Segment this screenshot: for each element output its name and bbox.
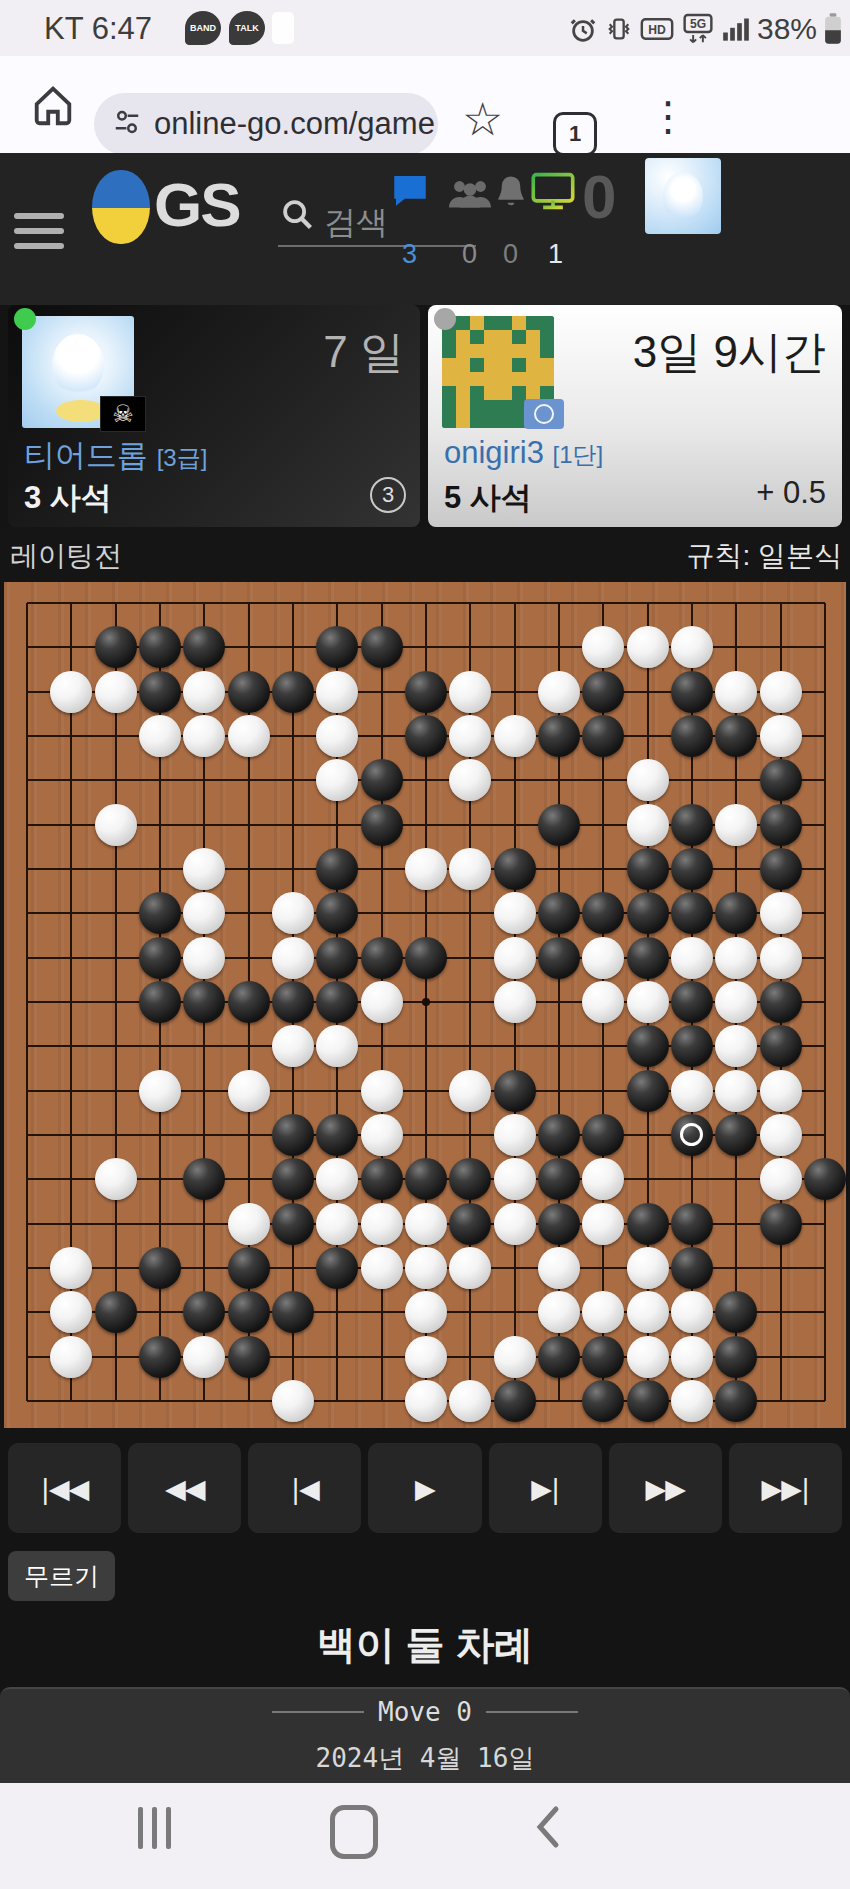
black-stone bbox=[538, 1158, 580, 1200]
black-stone bbox=[361, 626, 403, 668]
black-stone bbox=[272, 981, 314, 1023]
ogs-logo-text[interactable]: GS bbox=[154, 169, 240, 240]
black-stone bbox=[582, 1380, 624, 1422]
ogs-logo-icon[interactable] bbox=[92, 170, 150, 244]
talk-app-icon: TALK bbox=[229, 11, 265, 45]
white-stone bbox=[760, 1070, 802, 1112]
white-stone bbox=[715, 937, 757, 979]
black-stone bbox=[183, 1158, 225, 1200]
white-stone bbox=[715, 1070, 757, 1112]
black-stone bbox=[272, 1158, 314, 1200]
white-stone bbox=[183, 892, 225, 934]
black-stone bbox=[627, 937, 669, 979]
black-stone bbox=[538, 804, 580, 846]
white-stone bbox=[183, 848, 225, 890]
white-player-name[interactable]: onigiri3 [1단] bbox=[444, 435, 603, 471]
rule-right bbox=[486, 1711, 578, 1713]
white-stone bbox=[715, 1025, 757, 1067]
notification-icon bbox=[272, 12, 294, 44]
white-stone bbox=[760, 1114, 802, 1156]
white-stone bbox=[405, 1380, 447, 1422]
svg-text:5G: 5G bbox=[690, 17, 706, 31]
move-number-label: Move 0 bbox=[378, 1697, 472, 1727]
un-flag-icon bbox=[524, 399, 564, 429]
black-stone bbox=[316, 1247, 358, 1289]
black-stone bbox=[538, 1203, 580, 1245]
star-point bbox=[422, 998, 430, 1006]
black-stone bbox=[139, 671, 181, 713]
hd-icon: HD bbox=[640, 14, 674, 44]
black-stone bbox=[538, 937, 580, 979]
black-stone bbox=[760, 804, 802, 846]
black-player-name[interactable]: 티어드롭 [3급] bbox=[24, 435, 207, 477]
white-stone bbox=[316, 759, 358, 801]
black-clock: 7 일 bbox=[323, 323, 404, 382]
match-type-label: 레이팅전 bbox=[10, 537, 122, 575]
black-move-badge: 3 bbox=[370, 477, 406, 513]
url-text[interactable]: online-go.com/game bbox=[154, 106, 435, 142]
jump-to-end-button[interactable]: ▶▶| bbox=[729, 1443, 842, 1533]
black-captures: 3 사석 bbox=[24, 477, 112, 519]
black-stone bbox=[361, 759, 403, 801]
white-stone bbox=[50, 1291, 92, 1333]
white-stone bbox=[50, 671, 92, 713]
white-stone bbox=[671, 1291, 713, 1333]
black-stone bbox=[228, 1291, 270, 1333]
black-stone bbox=[183, 981, 225, 1023]
white-stone bbox=[405, 848, 447, 890]
white-stone bbox=[316, 1025, 358, 1067]
user-avatar[interactable] bbox=[645, 158, 721, 234]
white-stone bbox=[405, 1247, 447, 1289]
chat-icon[interactable] bbox=[388, 169, 432, 215]
black-stone bbox=[627, 1380, 669, 1422]
black-stone bbox=[582, 892, 624, 934]
white-stone bbox=[582, 937, 624, 979]
pirate-flag-icon: ☠ bbox=[100, 396, 146, 432]
white-stone bbox=[627, 981, 669, 1023]
site-settings-icon[interactable] bbox=[112, 107, 142, 141]
android-nav-bar bbox=[0, 1783, 850, 1889]
black-stone bbox=[627, 892, 669, 934]
white-stone bbox=[272, 1380, 314, 1422]
white-stone bbox=[627, 759, 669, 801]
black-stone bbox=[627, 1070, 669, 1112]
white-stone bbox=[405, 1336, 447, 1378]
step-back-button[interactable]: |◀ bbox=[248, 1443, 361, 1533]
black-stone bbox=[228, 1247, 270, 1289]
black-stone bbox=[627, 1025, 669, 1067]
phone-screen: KT 6:47 BAND TALK HD 5G 38% online-go.co… bbox=[0, 0, 850, 1889]
white-stone bbox=[760, 715, 802, 757]
black-stone bbox=[538, 715, 580, 757]
rewind-button[interactable]: ◀◀ bbox=[128, 1443, 241, 1533]
white-stone bbox=[50, 1336, 92, 1378]
status-bar: KT 6:47 BAND TALK HD 5G 38% bbox=[0, 0, 850, 56]
white-stone bbox=[538, 671, 580, 713]
black-stone bbox=[671, 1203, 713, 1245]
white-stone bbox=[272, 937, 314, 979]
white-stone bbox=[627, 804, 669, 846]
svg-text:HD: HD bbox=[648, 23, 666, 37]
groups-icon[interactable] bbox=[446, 175, 494, 217]
black-stone bbox=[538, 1114, 580, 1156]
white-stone bbox=[361, 1114, 403, 1156]
status-icons: HD 5G 38% bbox=[568, 12, 842, 46]
black-stone bbox=[316, 848, 358, 890]
nav-home-icon[interactable] bbox=[330, 1805, 378, 1859]
black-stone bbox=[95, 1291, 137, 1333]
fast-forward-button[interactable]: ▶▶ bbox=[609, 1443, 722, 1533]
white-stone bbox=[715, 981, 757, 1023]
move-number-row: Move 0 bbox=[0, 1697, 850, 1727]
white-stone bbox=[361, 1247, 403, 1289]
browser-home-icon[interactable] bbox=[30, 82, 76, 132]
black-stone bbox=[449, 1158, 491, 1200]
step-forward-button[interactable]: ▶| bbox=[489, 1443, 602, 1533]
black-stone bbox=[538, 1336, 580, 1378]
black-player-rank: [3급] bbox=[157, 444, 208, 471]
black-stone bbox=[715, 715, 757, 757]
white-clock: 3일 9시간 bbox=[633, 323, 826, 382]
battery-icon bbox=[824, 13, 842, 45]
observe-games-icon[interactable] bbox=[530, 171, 576, 215]
black-stone bbox=[183, 626, 225, 668]
play-button[interactable]: ▶ bbox=[368, 1443, 481, 1533]
black-stone bbox=[627, 1203, 669, 1245]
black-stone bbox=[316, 626, 358, 668]
white-stone bbox=[95, 1158, 137, 1200]
alarm-icon bbox=[568, 14, 598, 44]
white-stone bbox=[183, 671, 225, 713]
white-stone bbox=[183, 1336, 225, 1378]
tab-count-button[interactable]: 1 bbox=[553, 112, 597, 156]
offline-presence-dot bbox=[434, 308, 456, 330]
black-stone bbox=[582, 671, 624, 713]
black-stone bbox=[316, 892, 358, 934]
black-stone bbox=[361, 937, 403, 979]
white-stone bbox=[449, 1070, 491, 1112]
black-stone bbox=[494, 848, 536, 890]
black-stone bbox=[272, 1291, 314, 1333]
online-presence-dot bbox=[14, 308, 36, 330]
url-bar[interactable]: online-go.com/game bbox=[94, 93, 438, 155]
white-stone bbox=[316, 671, 358, 713]
battery-percent: 38% bbox=[757, 12, 817, 46]
white-stone bbox=[582, 981, 624, 1023]
white-stone bbox=[361, 981, 403, 1023]
black-stone bbox=[316, 937, 358, 979]
white-stone bbox=[582, 1158, 624, 1200]
black-stone bbox=[361, 1158, 403, 1200]
turn-indicator: 백이 둘 차례 bbox=[0, 1618, 850, 1672]
white-stone bbox=[449, 848, 491, 890]
black-stone bbox=[316, 1114, 358, 1156]
black-stone bbox=[671, 1025, 713, 1067]
white-stone bbox=[538, 1247, 580, 1289]
black-stone bbox=[760, 1203, 802, 1245]
white-stone bbox=[671, 1380, 713, 1422]
white-stone bbox=[715, 671, 757, 713]
black-stone bbox=[671, 848, 713, 890]
white-stone bbox=[494, 1203, 536, 1245]
white-stone bbox=[449, 759, 491, 801]
white-stone bbox=[715, 804, 757, 846]
search-placeholder: 검색 bbox=[324, 201, 388, 245]
chat-count[interactable]: 3 bbox=[402, 239, 417, 270]
black-stone bbox=[494, 1070, 536, 1112]
black-stone bbox=[760, 848, 802, 890]
white-stone bbox=[95, 671, 137, 713]
black-stone bbox=[715, 1114, 757, 1156]
playback-controls: |◀◀◀◀|◀▶▶|▶▶▶▶| bbox=[0, 1443, 850, 1533]
black-stone bbox=[804, 1158, 846, 1200]
white-stone bbox=[50, 1247, 92, 1289]
black-stone bbox=[671, 892, 713, 934]
friends-count[interactable]: 0 bbox=[582, 161, 616, 232]
black-stone bbox=[760, 759, 802, 801]
white-stone bbox=[272, 1025, 314, 1067]
white-stone bbox=[494, 1114, 536, 1156]
black-stone bbox=[272, 671, 314, 713]
white-stone bbox=[760, 937, 802, 979]
black-stone bbox=[316, 981, 358, 1023]
black-stone bbox=[671, 715, 713, 757]
black-stone bbox=[671, 804, 713, 846]
black-stone bbox=[139, 626, 181, 668]
black-stone bbox=[405, 937, 447, 979]
black-stone bbox=[228, 1336, 270, 1378]
white-stone bbox=[760, 892, 802, 934]
white-player-card: 3일 9시간 onigiri3 [1단] 5 사석 + 0.5 bbox=[428, 305, 842, 527]
white-stone bbox=[582, 1291, 624, 1333]
black-stone bbox=[405, 1158, 447, 1200]
white-stone bbox=[494, 937, 536, 979]
white-stone bbox=[405, 1203, 447, 1245]
white-stone bbox=[316, 1158, 358, 1200]
white-stone bbox=[627, 626, 669, 668]
band-app-icon: BAND bbox=[185, 11, 221, 45]
bell-icon[interactable] bbox=[494, 173, 528, 215]
white-stone bbox=[139, 715, 181, 757]
black-stone bbox=[671, 671, 713, 713]
online-count[interactable]: 1 bbox=[548, 239, 563, 270]
browser-toolbar: online-go.com/game ☆ 1 ⋮ bbox=[0, 56, 850, 153]
black-stone bbox=[228, 981, 270, 1023]
white-stone bbox=[183, 715, 225, 757]
black-stone bbox=[405, 671, 447, 713]
grid-line bbox=[824, 603, 826, 1401]
black-stone bbox=[671, 981, 713, 1023]
white-stone bbox=[95, 804, 137, 846]
white-captures: 5 사석 bbox=[444, 477, 532, 519]
bookmark-star-icon[interactable]: ☆ bbox=[462, 96, 503, 142]
recents-icon[interactable] bbox=[138, 1807, 171, 1849]
black-stone bbox=[715, 1336, 757, 1378]
notifications-count[interactable]: 0 bbox=[503, 239, 518, 270]
black-player-card: ☠ 7 일 티어드롭 [3급] 3 사석 3 bbox=[8, 305, 420, 527]
groups-count[interactable]: 0 bbox=[462, 239, 477, 270]
nav-back-icon[interactable] bbox=[534, 1805, 560, 1849]
black-stone bbox=[139, 937, 181, 979]
browser-menu-icon[interactable]: ⋮ bbox=[648, 100, 688, 132]
white-stone bbox=[449, 671, 491, 713]
black-stone bbox=[538, 892, 580, 934]
white-stone bbox=[582, 626, 624, 668]
white-stone bbox=[449, 1247, 491, 1289]
black-stone bbox=[139, 1336, 181, 1378]
game-date-label: 2024년 4월 16일 bbox=[0, 1741, 850, 1776]
white-stone bbox=[760, 1158, 802, 1200]
vibrate-icon bbox=[605, 14, 633, 44]
rule-left bbox=[272, 1711, 364, 1713]
black-stone bbox=[228, 671, 270, 713]
black-stone bbox=[627, 848, 669, 890]
black-stone bbox=[139, 981, 181, 1023]
player-cards: ☠ 7 일 티어드롭 [3급] 3 사석 3 3일 9시간 onigiri3 [… bbox=[0, 305, 850, 527]
white-stone bbox=[228, 1203, 270, 1245]
white-stone bbox=[627, 1336, 669, 1378]
search-icon bbox=[278, 195, 316, 237]
signal-icon bbox=[722, 15, 750, 43]
jump-to-start-button[interactable]: |◀◀ bbox=[8, 1443, 121, 1533]
white-stone bbox=[228, 715, 270, 757]
white-stone bbox=[627, 1247, 669, 1289]
black-stone bbox=[272, 1114, 314, 1156]
white-stone bbox=[316, 1203, 358, 1245]
game-info-strip: 레이팅전 규칙: 일본식 bbox=[0, 527, 850, 582]
carrier-time: KT 6:47 bbox=[44, 11, 152, 47]
5g-icon: 5G bbox=[681, 13, 715, 45]
black-stone bbox=[582, 1336, 624, 1378]
black-stone bbox=[139, 1247, 181, 1289]
black-stone bbox=[361, 804, 403, 846]
move-panel[interactable]: Move 0 2024년 4월 16일 bbox=[0, 1687, 850, 1785]
black-stone bbox=[139, 892, 181, 934]
black-stone bbox=[494, 1380, 536, 1422]
white-stone bbox=[494, 981, 536, 1023]
black-stone bbox=[760, 1025, 802, 1067]
hamburger-menu-icon[interactable] bbox=[14, 213, 64, 258]
black-stone bbox=[582, 715, 624, 757]
white-stone bbox=[272, 892, 314, 934]
white-stone bbox=[538, 1291, 580, 1333]
black-stone bbox=[272, 1203, 314, 1245]
white-stone bbox=[361, 1203, 403, 1245]
white-stone bbox=[316, 715, 358, 757]
go-board[interactable] bbox=[4, 582, 846, 1428]
black-stone bbox=[715, 1291, 757, 1333]
white-player-rank: [1단] bbox=[553, 441, 604, 468]
black-stone bbox=[715, 1380, 757, 1422]
last-move-marker bbox=[680, 1123, 703, 1146]
undo-button[interactable]: 무르기 bbox=[8, 1551, 115, 1601]
black-stone bbox=[582, 1114, 624, 1156]
white-stone bbox=[449, 715, 491, 757]
white-stone bbox=[671, 1070, 713, 1112]
white-stone bbox=[361, 1070, 403, 1112]
rules-label: 규칙: 일본식 bbox=[686, 537, 842, 575]
white-stone bbox=[494, 715, 536, 757]
black-stone bbox=[183, 1291, 225, 1333]
white-stone bbox=[228, 1070, 270, 1112]
black-stone bbox=[405, 715, 447, 757]
white-stone bbox=[139, 1070, 181, 1112]
black-stone bbox=[95, 626, 137, 668]
black-stone bbox=[671, 1247, 713, 1289]
white-stone bbox=[494, 892, 536, 934]
white-stone bbox=[627, 1291, 669, 1333]
black-stone bbox=[715, 892, 757, 934]
ogs-header: GS 검색 3 0 0 1 0 bbox=[0, 153, 850, 305]
black-stone bbox=[449, 1203, 491, 1245]
black-stone bbox=[760, 981, 802, 1023]
white-stone bbox=[405, 1291, 447, 1333]
white-stone bbox=[449, 1380, 491, 1422]
white-stone bbox=[760, 671, 802, 713]
white-stone bbox=[183, 937, 225, 979]
white-stone bbox=[494, 1158, 536, 1200]
white-stone bbox=[671, 1336, 713, 1378]
white-stone bbox=[671, 626, 713, 668]
white-stone bbox=[494, 1336, 536, 1378]
white-stone bbox=[582, 1203, 624, 1245]
white-score-adjust: + 0.5 bbox=[756, 475, 826, 511]
white-stone bbox=[671, 937, 713, 979]
